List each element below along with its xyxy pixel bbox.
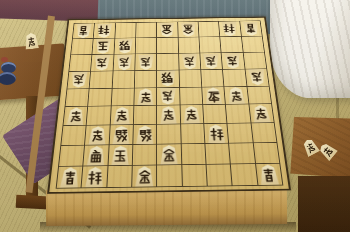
piece-gold-gote[interactable]	[179, 22, 196, 36]
square-1i[interactable]	[256, 164, 284, 186]
square-7b[interactable]	[114, 38, 136, 54]
square-5h[interactable]	[157, 144, 182, 165]
square-8g[interactable]	[85, 126, 110, 146]
square-4f[interactable]	[180, 105, 204, 124]
piece-lance-gote[interactable]	[75, 24, 93, 38]
square-6e[interactable]	[134, 88, 157, 106]
square-1b[interactable]	[242, 36, 265, 52]
square-9d[interactable]	[67, 71, 91, 89]
piece-knight-gote[interactable]	[96, 24, 114, 38]
piece-lance-sente[interactable]	[59, 167, 81, 187]
piece-gold-sente[interactable]	[159, 145, 179, 164]
square-9a[interactable]	[73, 23, 95, 39]
square-2f[interactable]	[226, 105, 251, 124]
square-7d[interactable]	[112, 71, 135, 89]
piece-pawn-gote[interactable]	[137, 54, 155, 70]
piece-pawn-gote[interactable]	[69, 72, 88, 88]
piece-pawn-gote[interactable]	[115, 55, 133, 71]
piece-king-gote[interactable]	[94, 39, 112, 54]
square-2e[interactable]	[225, 87, 249, 105]
square-8e[interactable]	[88, 88, 112, 106]
square-2a[interactable]	[219, 21, 241, 37]
piece-pawn-sente[interactable]	[251, 105, 272, 123]
square-4d[interactable]	[179, 70, 202, 88]
piece-gold-gote[interactable]	[159, 23, 176, 37]
square-6a[interactable]	[136, 22, 157, 38]
square-9e[interactable]	[65, 89, 89, 107]
board-perspective-wrap	[0, 0, 350, 232]
piece-pawn-gote[interactable]	[159, 88, 178, 105]
square-6i[interactable]	[132, 165, 157, 187]
piece-pawn-sente[interactable]	[65, 107, 85, 125]
square-2g[interactable]	[228, 124, 254, 144]
square-4b[interactable]	[178, 37, 200, 53]
square-8c[interactable]	[91, 54, 114, 71]
square-1e[interactable]	[247, 86, 272, 104]
square-5c[interactable]	[157, 53, 179, 70]
piece-pawn-sente[interactable]	[136, 88, 155, 105]
square-3g[interactable]	[204, 124, 229, 144]
square-5f[interactable]	[157, 106, 181, 125]
square-4e[interactable]	[180, 87, 203, 105]
piece-silver-sente[interactable]	[135, 125, 154, 144]
square-9c[interactable]	[69, 55, 92, 72]
piece-lance-sente[interactable]	[258, 164, 281, 184]
square-5g[interactable]	[157, 125, 181, 145]
square-8d[interactable]	[90, 71, 113, 89]
piece-knight-sente[interactable]	[84, 167, 105, 187]
square-6b[interactable]	[136, 38, 158, 54]
square-7a[interactable]	[115, 23, 137, 39]
square-1f[interactable]	[249, 104, 275, 123]
square-8f[interactable]	[87, 107, 111, 126]
square-5b[interactable]	[157, 37, 179, 53]
square-1g[interactable]	[251, 123, 277, 143]
square-8b[interactable]	[93, 38, 115, 54]
square-1c[interactable]	[243, 52, 267, 69]
square-3c[interactable]	[200, 53, 223, 70]
piece-pawn-sente[interactable]	[182, 106, 201, 124]
square-6c[interactable]	[135, 54, 157, 71]
square-4a[interactable]	[178, 22, 200, 38]
piece-bishop-sente[interactable]	[86, 146, 107, 165]
piece-silver-gote[interactable]	[159, 71, 177, 87]
square-3f[interactable]	[203, 105, 228, 124]
piece-pawn-gote[interactable]	[224, 53, 243, 69]
square-7h[interactable]	[108, 145, 133, 166]
square-4h[interactable]	[181, 144, 206, 165]
piece-lance-gote[interactable]	[242, 22, 261, 36]
square-1d[interactable]	[245, 69, 269, 87]
square-3i[interactable]	[207, 164, 233, 186]
square-5e[interactable]	[157, 87, 180, 105]
square-6d[interactable]	[135, 70, 157, 88]
square-9h[interactable]	[59, 146, 85, 167]
piece-pawn-gote[interactable]	[180, 54, 198, 70]
piece-knight-sente[interactable]	[206, 125, 226, 144]
square-7g[interactable]	[109, 125, 134, 145]
piece-knight-gote[interactable]	[221, 22, 239, 36]
shogi-photo-scene	[0, 0, 350, 232]
square-6f[interactable]	[134, 106, 157, 125]
piece-silver-gote[interactable]	[116, 39, 134, 54]
square-9f[interactable]	[63, 107, 88, 126]
square-4g[interactable]	[181, 124, 206, 144]
square-5d[interactable]	[157, 70, 179, 88]
piece-pawn-gote[interactable]	[202, 53, 221, 69]
square-8i[interactable]	[82, 166, 108, 188]
square-2c[interactable]	[222, 53, 245, 70]
square-4i[interactable]	[182, 165, 208, 187]
square-2i[interactable]	[231, 164, 258, 186]
square-5i[interactable]	[157, 165, 182, 187]
piece-pawn-sente[interactable]	[112, 107, 131, 125]
square-1a[interactable]	[240, 21, 263, 37]
piece-silver-sente[interactable]	[111, 126, 131, 145]
square-3b[interactable]	[199, 37, 221, 53]
piece-gold-sente[interactable]	[134, 166, 154, 186]
square-7f[interactable]	[110, 106, 134, 125]
square-2b[interactable]	[220, 37, 243, 53]
square-8a[interactable]	[94, 23, 116, 39]
square-6h[interactable]	[133, 145, 158, 166]
piece-pawn-gote[interactable]	[247, 69, 267, 85]
square-3a[interactable]	[199, 22, 221, 38]
square-4c[interactable]	[179, 53, 201, 70]
square-8h[interactable]	[84, 145, 110, 166]
square-6g[interactable]	[133, 125, 157, 145]
piece-pawn-sente[interactable]	[226, 87, 246, 104]
square-5a[interactable]	[157, 22, 178, 38]
square-1h[interactable]	[253, 143, 280, 164]
square-2h[interactable]	[229, 143, 255, 164]
square-9b[interactable]	[71, 39, 94, 55]
piece-king-sente[interactable]	[110, 146, 130, 165]
square-9i[interactable]	[57, 166, 84, 188]
square-9g[interactable]	[61, 126, 87, 146]
piece-pawn-sente[interactable]	[159, 106, 178, 124]
square-7e[interactable]	[111, 88, 134, 106]
square-7c[interactable]	[113, 54, 135, 71]
square-7i[interactable]	[107, 166, 133, 188]
piece-rook-sente[interactable]	[204, 87, 223, 104]
piece-pawn-gote[interactable]	[93, 55, 112, 71]
piece-pawn-sente[interactable]	[87, 126, 107, 145]
square-3e[interactable]	[202, 87, 226, 105]
board-grid	[56, 20, 284, 188]
square-3h[interactable]	[205, 144, 231, 165]
shogi-board	[47, 17, 291, 194]
square-3d[interactable]	[201, 69, 224, 87]
square-2d[interactable]	[223, 69, 247, 87]
